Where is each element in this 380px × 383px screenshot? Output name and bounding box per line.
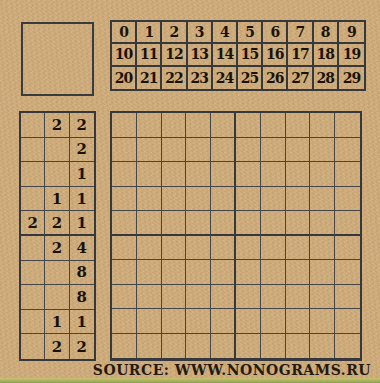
size-box [21, 22, 94, 96]
grid-cell-r3-c9[interactable] [310, 162, 335, 187]
row-clue-cell-r3-c2 [45, 162, 69, 187]
grid-cell-r7-c8[interactable] [286, 260, 311, 285]
grid-cell-r4-c7[interactable] [261, 187, 286, 212]
grid-cell-r7-c7[interactable] [261, 260, 286, 285]
grid-cell-r10-c10[interactable] [335, 334, 360, 359]
grid-cell-r6-c7[interactable] [261, 236, 286, 261]
grid-cell-r7-c3[interactable] [162, 260, 187, 285]
grid-cell-r10-c8[interactable] [286, 334, 311, 359]
nonogram-sheet: 0123456789101112131415161718192021222324… [0, 0, 380, 383]
row-clue-cell-r2-c2 [45, 138, 69, 163]
grid-cell-r4-c8[interactable] [286, 187, 311, 212]
grid-cell-r7-c10[interactable] [335, 260, 360, 285]
grid-cell-r5-c2[interactable] [137, 211, 162, 236]
legend-cell-3: 3 [188, 22, 213, 44]
digit-legend-grid: 0123456789101112131415161718192021222324… [110, 20, 366, 91]
grid-cell-r6-c6[interactable] [236, 236, 261, 261]
grid-cell-r3-c4[interactable] [186, 162, 211, 187]
grid-cell-r8-c2[interactable] [137, 285, 162, 310]
row-clue-cell-r7-c1 [21, 261, 45, 286]
grid-cell-r3-c3[interactable] [162, 162, 187, 187]
grid-cell-r1-c5[interactable] [211, 113, 236, 138]
legend-cell-6: 6 [263, 22, 288, 44]
legend-cell-11: 11 [137, 44, 162, 66]
grid-cell-r4-c10[interactable] [335, 187, 360, 212]
grid-cell-r8-c3[interactable] [162, 285, 187, 310]
grid-cell-r6-c5[interactable] [211, 236, 236, 261]
grid-cell-r4-c9[interactable] [310, 187, 335, 212]
grid-cell-r10-c4[interactable] [186, 334, 211, 359]
grid-cell-r1-c1[interactable] [112, 113, 137, 138]
grid-cell-r8-c6[interactable] [236, 285, 261, 310]
row-clue-cell-r1-c1 [21, 113, 45, 138]
row-clue-cell-r9-c2: 1 [45, 310, 69, 335]
grid-cell-r1-c4[interactable] [186, 113, 211, 138]
grid-cell-r10-c6[interactable] [236, 334, 261, 359]
row-clue-cell-r4-c2: 1 [45, 187, 69, 212]
grid-cell-r3-c10[interactable] [335, 162, 360, 187]
grid-cell-r8-c10[interactable] [335, 285, 360, 310]
grid-cell-r2-c6[interactable] [236, 138, 261, 163]
row-clue-cell-r3-c1 [21, 162, 45, 187]
grid-cell-r5-c10[interactable] [335, 211, 360, 236]
grid-cell-r9-c10[interactable] [335, 309, 360, 334]
row-clue-cell-r6-c1 [21, 236, 45, 261]
legend-cell-7: 7 [288, 22, 313, 44]
grid-cell-r4-c2[interactable] [137, 187, 162, 212]
legend-cell-20: 20 [112, 67, 137, 89]
grid-cell-r6-c10[interactable] [335, 236, 360, 261]
legend-cell-15: 15 [238, 44, 263, 66]
grid-cell-r9-c4[interactable] [186, 309, 211, 334]
grid-cell-r9-c6[interactable] [236, 309, 261, 334]
row-clue-cell-r6-c2: 2 [45, 236, 69, 261]
row-clue-cell-r5-c1: 2 [21, 211, 45, 236]
legend-cell-17: 17 [288, 44, 313, 66]
row-clues-grid: 22211122124881122 [19, 111, 96, 361]
grid-cell-r6-c3[interactable] [162, 236, 187, 261]
grid-cell-r4-c6[interactable] [236, 187, 261, 212]
legend-cell-10: 10 [112, 44, 137, 66]
legend-cell-5: 5 [238, 22, 263, 44]
grid-cell-r5-c6[interactable] [236, 211, 261, 236]
legend-cell-21: 21 [137, 67, 162, 89]
grid-cell-r5-c8[interactable] [286, 211, 311, 236]
grid-cell-r7-c6[interactable] [236, 260, 261, 285]
grid-cell-r8-c7[interactable] [261, 285, 286, 310]
grid-cell-r2-c2[interactable] [137, 138, 162, 163]
grid-cell-r10-c2[interactable] [137, 334, 162, 359]
grid-cell-r2-c9[interactable] [310, 138, 335, 163]
row-clue-cell-r10-c1 [21, 334, 45, 359]
grid-cell-r6-c2[interactable] [137, 236, 162, 261]
legend-cell-22: 22 [162, 67, 187, 89]
grid-cell-r9-c1[interactable] [112, 309, 137, 334]
legend-cell-0: 0 [112, 22, 137, 44]
grid-cell-r5-c1[interactable] [112, 211, 137, 236]
grid-cell-r8-c9[interactable] [310, 285, 335, 310]
row-clue-cell-r1-c3: 2 [70, 113, 94, 138]
legend-cell-8: 8 [314, 22, 339, 44]
grid-cell-r2-c1[interactable] [112, 138, 137, 163]
grid-cell-r9-c7[interactable] [261, 309, 286, 334]
legend-cell-2: 2 [162, 22, 187, 44]
grid-cell-r4-c4[interactable] [186, 187, 211, 212]
bottom-accent-strip [0, 378, 380, 383]
row-clue-cell-r10-c2: 2 [45, 334, 69, 359]
grid-cell-r5-c3[interactable] [162, 211, 187, 236]
row-clue-cell-r8-c3: 8 [70, 285, 94, 310]
grid-cell-r8-c4[interactable] [186, 285, 211, 310]
grid-cell-r8-c8[interactable] [286, 285, 311, 310]
grid-cell-r2-c3[interactable] [162, 138, 187, 163]
grid-cell-r5-c7[interactable] [261, 211, 286, 236]
row-clue-cell-r7-c3: 8 [70, 261, 94, 286]
legend-cell-9: 9 [339, 22, 364, 44]
row-clue-cell-r6-c3: 4 [70, 236, 94, 261]
grid-cell-r10-c9[interactable] [310, 334, 335, 359]
grid-cell-r7-c5[interactable] [211, 260, 236, 285]
grid-cell-r6-c9[interactable] [310, 236, 335, 261]
legend-cell-29: 29 [339, 67, 364, 89]
row-clue-cell-r7-c2 [45, 261, 69, 286]
legend-cell-4: 4 [213, 22, 238, 44]
row-clue-cell-r1-c2: 2 [45, 113, 69, 138]
grid-cell-r1-c2[interactable] [137, 113, 162, 138]
grid-cell-r9-c3[interactable] [162, 309, 187, 334]
legend-cell-13: 13 [188, 44, 213, 66]
grid-cell-r2-c5[interactable] [211, 138, 236, 163]
row-clue-cell-r5-c2: 2 [45, 211, 69, 236]
grid-cell-r10-c3[interactable] [162, 334, 187, 359]
grid-cell-r1-c3[interactable] [162, 113, 187, 138]
grid-cell-r10-c7[interactable] [261, 334, 286, 359]
grid-cell-r1-c8[interactable] [286, 113, 311, 138]
grid-cell-r2-c10[interactable] [335, 138, 360, 163]
row-clue-cell-r9-c3: 1 [70, 310, 94, 335]
legend-cell-28: 28 [314, 67, 339, 89]
grid-cell-r2-c7[interactable] [261, 138, 286, 163]
legend-cell-18: 18 [314, 44, 339, 66]
grid-cell-r3-c7[interactable] [261, 162, 286, 187]
grid-cell-r7-c4[interactable] [186, 260, 211, 285]
row-clue-cell-r8-c2 [45, 285, 69, 310]
grid-cell-r8-c5[interactable] [211, 285, 236, 310]
grid-cell-r2-c4[interactable] [186, 138, 211, 163]
grid-cell-r3-c5[interactable] [211, 162, 236, 187]
grid-cell-r1-c6[interactable] [236, 113, 261, 138]
row-clue-cell-r9-c1 [21, 310, 45, 335]
grid-cell-r1-c7[interactable] [261, 113, 286, 138]
grid-cell-r7-c2[interactable] [137, 260, 162, 285]
grid-cell-r10-c5[interactable] [211, 334, 236, 359]
legend-cell-12: 12 [162, 44, 187, 66]
grid-cell-r3-c8[interactable] [286, 162, 311, 187]
legend-cell-16: 16 [263, 44, 288, 66]
grid-cell-r3-c6[interactable] [236, 162, 261, 187]
grid-cell-r1-c10[interactable] [335, 113, 360, 138]
grid-cell-r5-c9[interactable] [310, 211, 335, 236]
grid-cell-r7-c9[interactable] [310, 260, 335, 285]
grid-cell-r8-c1[interactable] [112, 285, 137, 310]
grid-cell-r5-c5[interactable] [211, 211, 236, 236]
grid-cell-r9-c9[interactable] [310, 309, 335, 334]
row-clue-cell-r4-c1 [21, 187, 45, 212]
grid-cell-r4-c3[interactable] [162, 187, 187, 212]
grid-cell-r6-c4[interactable] [186, 236, 211, 261]
grid-cell-r6-c8[interactable] [286, 236, 311, 261]
legend-cell-1: 1 [137, 22, 162, 44]
grid-cell-r4-c5[interactable] [211, 187, 236, 212]
grid-cell-r1-c9[interactable] [310, 113, 335, 138]
legend-cell-14: 14 [213, 44, 238, 66]
row-clue-cell-r2-c1 [21, 138, 45, 163]
legend-cell-25: 25 [238, 67, 263, 89]
grid-cell-r9-c5[interactable] [211, 309, 236, 334]
row-clue-cell-r8-c1 [21, 285, 45, 310]
legend-cell-27: 27 [288, 67, 313, 89]
puzzle-grid [110, 111, 362, 361]
legend-cell-23: 23 [188, 67, 213, 89]
grid-cell-r9-c8[interactable] [286, 309, 311, 334]
row-clue-cell-r3-c3: 1 [70, 162, 94, 187]
legend-cell-26: 26 [263, 67, 288, 89]
grid-cell-r3-c2[interactable] [137, 162, 162, 187]
grid-cell-r10-c1[interactable] [112, 334, 137, 359]
row-clue-cell-r4-c3: 1 [70, 187, 94, 212]
source-watermark: SOURCE: WWW.NONOGRAMS.RU [93, 362, 371, 378]
legend-cell-24: 24 [213, 67, 238, 89]
row-clue-cell-r5-c3: 1 [70, 211, 94, 236]
grid-cell-r3-c1[interactable] [112, 162, 137, 187]
grid-cell-r5-c4[interactable] [186, 211, 211, 236]
grid-cell-r6-c1[interactable] [112, 236, 137, 261]
legend-cell-19: 19 [339, 44, 364, 66]
grid-cell-r7-c1[interactable] [112, 260, 137, 285]
grid-cell-r9-c2[interactable] [137, 309, 162, 334]
row-clue-cell-r2-c3: 2 [70, 138, 94, 163]
row-clue-cell-r10-c3: 2 [70, 334, 94, 359]
grid-cell-r2-c8[interactable] [286, 138, 311, 163]
grid-cell-r4-c1[interactable] [112, 187, 137, 212]
